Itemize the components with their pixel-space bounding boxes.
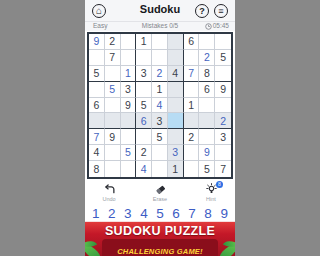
- cell-r8c2[interactable]: [105, 145, 121, 161]
- cell-r6c6[interactable]: [168, 113, 184, 129]
- cell-r7c9[interactable]: 3: [215, 129, 231, 145]
- cell-r4c7[interactable]: [184, 82, 200, 98]
- cell-r8c8[interactable]: 9: [199, 145, 215, 161]
- cell-r4c5[interactable]: 1: [152, 82, 168, 98]
- cell-r9c7[interactable]: [184, 161, 200, 177]
- undo-button[interactable]: Undo: [94, 183, 124, 203]
- erase-label: Erase: [153, 196, 167, 202]
- cell-r1c2[interactable]: 2: [105, 34, 121, 50]
- sudoku-board: 9216725513247853169695416327952345239841…: [87, 32, 233, 179]
- cell-r4c6[interactable]: [168, 82, 184, 98]
- cell-r3c1[interactable]: 5: [89, 66, 105, 82]
- numpad-7[interactable]: 7: [188, 206, 196, 221]
- toolbar: Undo Erase: [85, 183, 235, 203]
- numpad-1[interactable]: 1: [92, 206, 100, 221]
- help-button[interactable]: ?: [195, 4, 209, 18]
- cell-r9c1[interactable]: 8: [89, 161, 105, 177]
- cell-r3c7[interactable]: 7: [184, 66, 200, 82]
- cell-r8c1[interactable]: 4: [89, 145, 105, 161]
- cell-r8c7[interactable]: [184, 145, 200, 161]
- cell-r7c5[interactable]: 5: [152, 129, 168, 145]
- cell-r5c5[interactable]: 4: [152, 98, 168, 114]
- question-icon: ?: [199, 7, 205, 16]
- cell-r3c5[interactable]: 2: [152, 66, 168, 82]
- cell-r3c8[interactable]: 8: [199, 66, 215, 82]
- cell-r5c2[interactable]: [105, 98, 121, 114]
- numpad-4[interactable]: 4: [140, 206, 148, 221]
- cell-r4c1[interactable]: [89, 82, 105, 98]
- cell-r9c2[interactable]: [105, 161, 121, 177]
- cell-r3c4[interactable]: 3: [136, 66, 152, 82]
- cell-r4c8[interactable]: 6: [199, 82, 215, 98]
- ad-banner-title: SUDOKU PUZZLE: [85, 224, 235, 238]
- status-bar: Easy Mistakes 0/5 05:45: [85, 22, 235, 31]
- cell-r9c3[interactable]: [121, 161, 137, 177]
- cell-r6c2[interactable]: [105, 113, 121, 129]
- cell-r4c3[interactable]: 3: [121, 82, 137, 98]
- clock-icon: [205, 23, 212, 30]
- cell-r2c3[interactable]: [121, 50, 137, 66]
- cell-r7c8[interactable]: [199, 129, 215, 145]
- cell-r6c9[interactable]: 2: [215, 113, 231, 129]
- cell-r1c7[interactable]: 6: [184, 34, 200, 50]
- cell-r7c2[interactable]: 9: [105, 129, 121, 145]
- undo-icon: [104, 183, 115, 194]
- cell-r7c1[interactable]: 7: [89, 129, 105, 145]
- cell-r7c4[interactable]: [136, 129, 152, 145]
- cell-r2c4[interactable]: [136, 50, 152, 66]
- cell-r1c8[interactable]: [199, 34, 215, 50]
- cell-r7c7[interactable]: 2: [184, 129, 200, 145]
- hamburger-icon: ≡: [218, 7, 223, 16]
- cell-r1c9[interactable]: [215, 34, 231, 50]
- cell-r2c5[interactable]: [152, 50, 168, 66]
- cell-r2c6[interactable]: [168, 50, 184, 66]
- cell-r1c1[interactable]: 9: [89, 34, 105, 50]
- ad-banner-strip: CHALLENGING GAME!: [102, 239, 218, 256]
- cell-r4c2[interactable]: 5: [105, 82, 121, 98]
- cell-r3c3[interactable]: 1: [121, 66, 137, 82]
- cell-r4c9[interactable]: 9: [215, 82, 231, 98]
- number-pad: 1 2 3 4 5 6 7 8 9: [85, 206, 235, 221]
- cell-r9c4[interactable]: 4: [136, 161, 152, 177]
- cell-r5c3[interactable]: 9: [121, 98, 137, 114]
- cell-r3c2[interactable]: [105, 66, 121, 82]
- cell-r3c9[interactable]: [215, 66, 231, 82]
- cell-r2c9[interactable]: 5: [215, 50, 231, 66]
- cell-r1c6[interactable]: [168, 34, 184, 50]
- lightbulb-icon: [206, 183, 217, 194]
- cell-r1c3[interactable]: [121, 34, 137, 50]
- cell-r4c4[interactable]: [136, 82, 152, 98]
- cell-r5c1[interactable]: 6: [89, 98, 105, 114]
- cell-r6c8[interactable]: [199, 113, 215, 129]
- timer-value: 05:45: [213, 22, 229, 30]
- eraser-icon: [155, 183, 166, 194]
- cell-r2c1[interactable]: [89, 50, 105, 66]
- cell-r7c6[interactable]: [168, 129, 184, 145]
- title-bar: ⌂ Sudoku ? ≡: [85, 0, 235, 22]
- cell-r6c5[interactable]: 3: [152, 113, 168, 129]
- hint-count-badge: 8: [216, 181, 223, 188]
- cell-r5c7[interactable]: 1: [184, 98, 200, 114]
- numpad-2[interactable]: 2: [108, 206, 116, 221]
- menu-button[interactable]: ≡: [214, 4, 228, 18]
- ad-banner[interactable]: SUDOKU PUZZLE CHALLENGING GAME!: [85, 221, 235, 256]
- timer: 05:45: [205, 22, 229, 30]
- cell-r1c4[interactable]: 1: [136, 34, 152, 50]
- cell-r8c6[interactable]: 3: [168, 145, 184, 161]
- hint-button[interactable]: 8 Hint: [196, 183, 226, 203]
- cell-r6c3[interactable]: [121, 113, 137, 129]
- cell-r5c4[interactable]: 5: [136, 98, 152, 114]
- cell-r8c4[interactable]: 2: [136, 145, 152, 161]
- numpad-3[interactable]: 3: [124, 206, 132, 221]
- page-title: Sudoku: [85, 3, 235, 15]
- cell-r3c6[interactable]: 4: [168, 66, 184, 82]
- undo-label: Undo: [102, 196, 115, 202]
- cell-r9c5[interactable]: [152, 161, 168, 177]
- cell-r9c6[interactable]: 1: [168, 161, 184, 177]
- cell-r8c9[interactable]: [215, 145, 231, 161]
- cell-r9c8[interactable]: 5: [199, 161, 215, 177]
- cell-r5c6[interactable]: [168, 98, 184, 114]
- cell-r5c9[interactable]: [215, 98, 231, 114]
- cell-r6c1[interactable]: [89, 113, 105, 129]
- numpad-8[interactable]: 8: [204, 206, 212, 221]
- numpad-5[interactable]: 5: [156, 206, 164, 221]
- cell-r8c3[interactable]: 5: [121, 145, 137, 161]
- cell-r8c5[interactable]: [152, 145, 168, 161]
- cell-r6c7[interactable]: [184, 113, 200, 129]
- sudoku-app: ⌂ Sudoku ? ≡ Easy Mistakes 0/5 05:45 921…: [85, 0, 235, 256]
- cell-r1c5[interactable]: [152, 34, 168, 50]
- cell-r2c2[interactable]: 7: [105, 50, 121, 66]
- cell-r9c9[interactable]: 7: [215, 161, 231, 177]
- ad-banner-subtitle: CHALLENGING GAME!: [117, 247, 202, 256]
- numpad-9[interactable]: 9: [220, 206, 228, 221]
- numpad-6[interactable]: 6: [172, 206, 180, 221]
- erase-button[interactable]: Erase: [145, 183, 175, 203]
- cell-r2c8[interactable]: 2: [199, 50, 215, 66]
- cell-r2c7[interactable]: [184, 50, 200, 66]
- cell-r7c3[interactable]: [121, 129, 137, 145]
- cell-r5c8[interactable]: [199, 98, 215, 114]
- hint-label: Hint: [206, 196, 216, 202]
- cell-r6c4[interactable]: 6: [136, 113, 152, 129]
